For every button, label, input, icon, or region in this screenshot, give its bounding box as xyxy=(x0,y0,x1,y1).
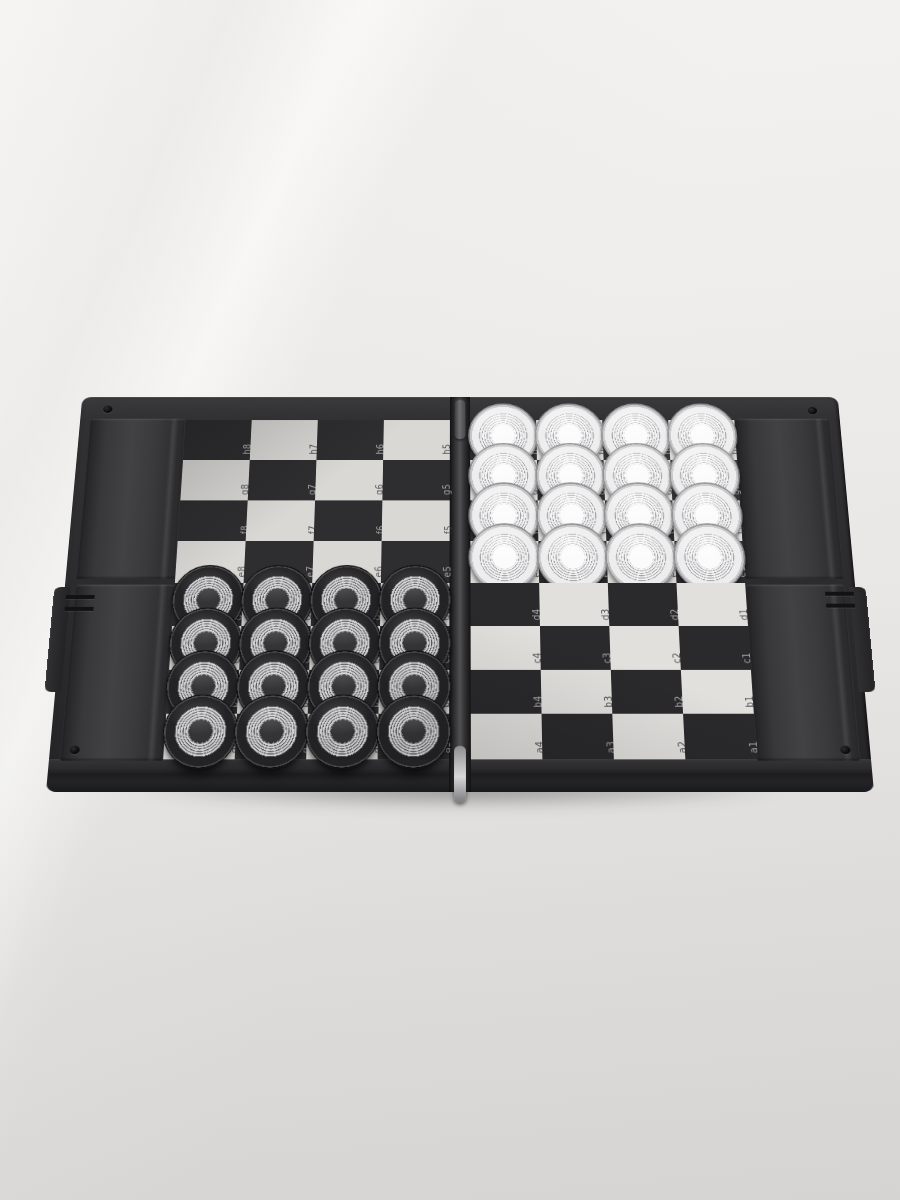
square-g5[interactable]: g5 xyxy=(382,460,449,500)
square-a4[interactable]: a4 xyxy=(471,714,543,759)
coord-label-e5: e5 xyxy=(441,566,451,577)
coord-label-b1: b1 xyxy=(744,696,756,708)
coord-label-d1: d1 xyxy=(738,608,749,620)
board-left-half: h8h7h6h5g8g7g6g5f8f7f6f5e8e7e6e5d8d7d6d5… xyxy=(163,420,450,759)
black-checker-a7[interactable] xyxy=(232,695,310,769)
square-b3[interactable]: b3 xyxy=(541,669,613,713)
square-g7[interactable]: g7 xyxy=(248,460,317,500)
coord-label-f5: f5 xyxy=(443,526,453,535)
center-hinge xyxy=(449,397,471,792)
square-d3[interactable]: d3 xyxy=(539,583,609,626)
screw-hole-top-left xyxy=(103,406,113,413)
square-a7[interactable]: a7 xyxy=(235,714,308,759)
square-f6[interactable]: f6 xyxy=(314,500,383,541)
square-a1[interactable]: a1 xyxy=(683,714,757,759)
right-latch-groove xyxy=(825,592,854,596)
scene: h8h7h6h5g8g7g6g5f8f7f6f5e8e7e6e5d8d7d6d5… xyxy=(0,0,900,1200)
left-latch-groove xyxy=(65,607,94,611)
square-f8[interactable]: f8 xyxy=(178,500,248,541)
right-rail-top-segment xyxy=(734,419,844,579)
left-latch-groove xyxy=(66,595,95,599)
square-h5[interactable]: h5 xyxy=(383,420,450,460)
right-latch-groove xyxy=(826,604,855,608)
square-c4[interactable]: c4 xyxy=(471,626,541,670)
square-d1[interactable]: d1 xyxy=(676,583,747,626)
square-a3[interactable]: a3 xyxy=(542,714,614,759)
square-h6[interactable]: h6 xyxy=(316,420,383,460)
square-h8[interactable]: h8 xyxy=(183,420,252,460)
square-d4[interactable]: d4 xyxy=(470,583,539,626)
white-checker-e3[interactable] xyxy=(536,523,610,591)
square-e4[interactable]: e4 xyxy=(470,541,539,583)
square-a2[interactable]: a2 xyxy=(612,714,685,759)
coord-label-g5: g5 xyxy=(442,484,452,495)
square-f7[interactable]: f7 xyxy=(246,500,315,541)
square-f5[interactable]: f5 xyxy=(382,500,450,541)
square-c3[interactable]: c3 xyxy=(540,626,611,670)
coord-label-a1: a1 xyxy=(747,741,759,753)
black-checker-a6[interactable] xyxy=(304,695,381,769)
square-g6[interactable]: g6 xyxy=(315,460,383,500)
square-a6[interactable]: a6 xyxy=(306,714,378,759)
screw-hole-bottom-right xyxy=(840,746,851,754)
folding-board-case: h8h7h6h5g8g7g6g5f8f7f6f5e8e7e6e5d8d7d6d5… xyxy=(46,397,874,792)
square-e2[interactable]: e2 xyxy=(606,541,676,583)
square-g8[interactable]: g8 xyxy=(180,460,249,500)
hinge-pin-bottom xyxy=(454,746,466,803)
board-right-half: h4h3h2h1g4g3g2g1f4f3f2f1e4e3e2e1d4d3d2d1… xyxy=(470,420,757,759)
square-e3[interactable]: e3 xyxy=(538,541,607,583)
square-h7[interactable]: h7 xyxy=(250,420,318,460)
screw-hole-top-right xyxy=(808,407,818,414)
hinge-pin-top xyxy=(454,400,465,439)
square-e1[interactable]: e1 xyxy=(674,541,745,583)
right-rail-bottom-segment xyxy=(745,585,860,761)
coord-label-c1: c1 xyxy=(742,652,753,663)
black-checker-a5[interactable] xyxy=(375,695,451,769)
coord-label-h5: h5 xyxy=(442,444,452,455)
square-b2[interactable]: b2 xyxy=(611,669,683,713)
square-b1[interactable]: b1 xyxy=(681,669,754,713)
square-a5[interactable]: a5 xyxy=(378,714,450,759)
white-checker-e4[interactable] xyxy=(468,523,541,591)
square-b4[interactable]: b4 xyxy=(471,669,542,713)
square-c2[interactable]: c2 xyxy=(609,626,681,670)
left-rail-bottom-segment xyxy=(60,585,175,761)
square-c1[interactable]: c1 xyxy=(679,626,751,670)
square-d2[interactable]: d2 xyxy=(608,583,679,626)
left-rail-top-segment xyxy=(76,419,186,579)
square-a8[interactable]: a8 xyxy=(163,714,237,759)
